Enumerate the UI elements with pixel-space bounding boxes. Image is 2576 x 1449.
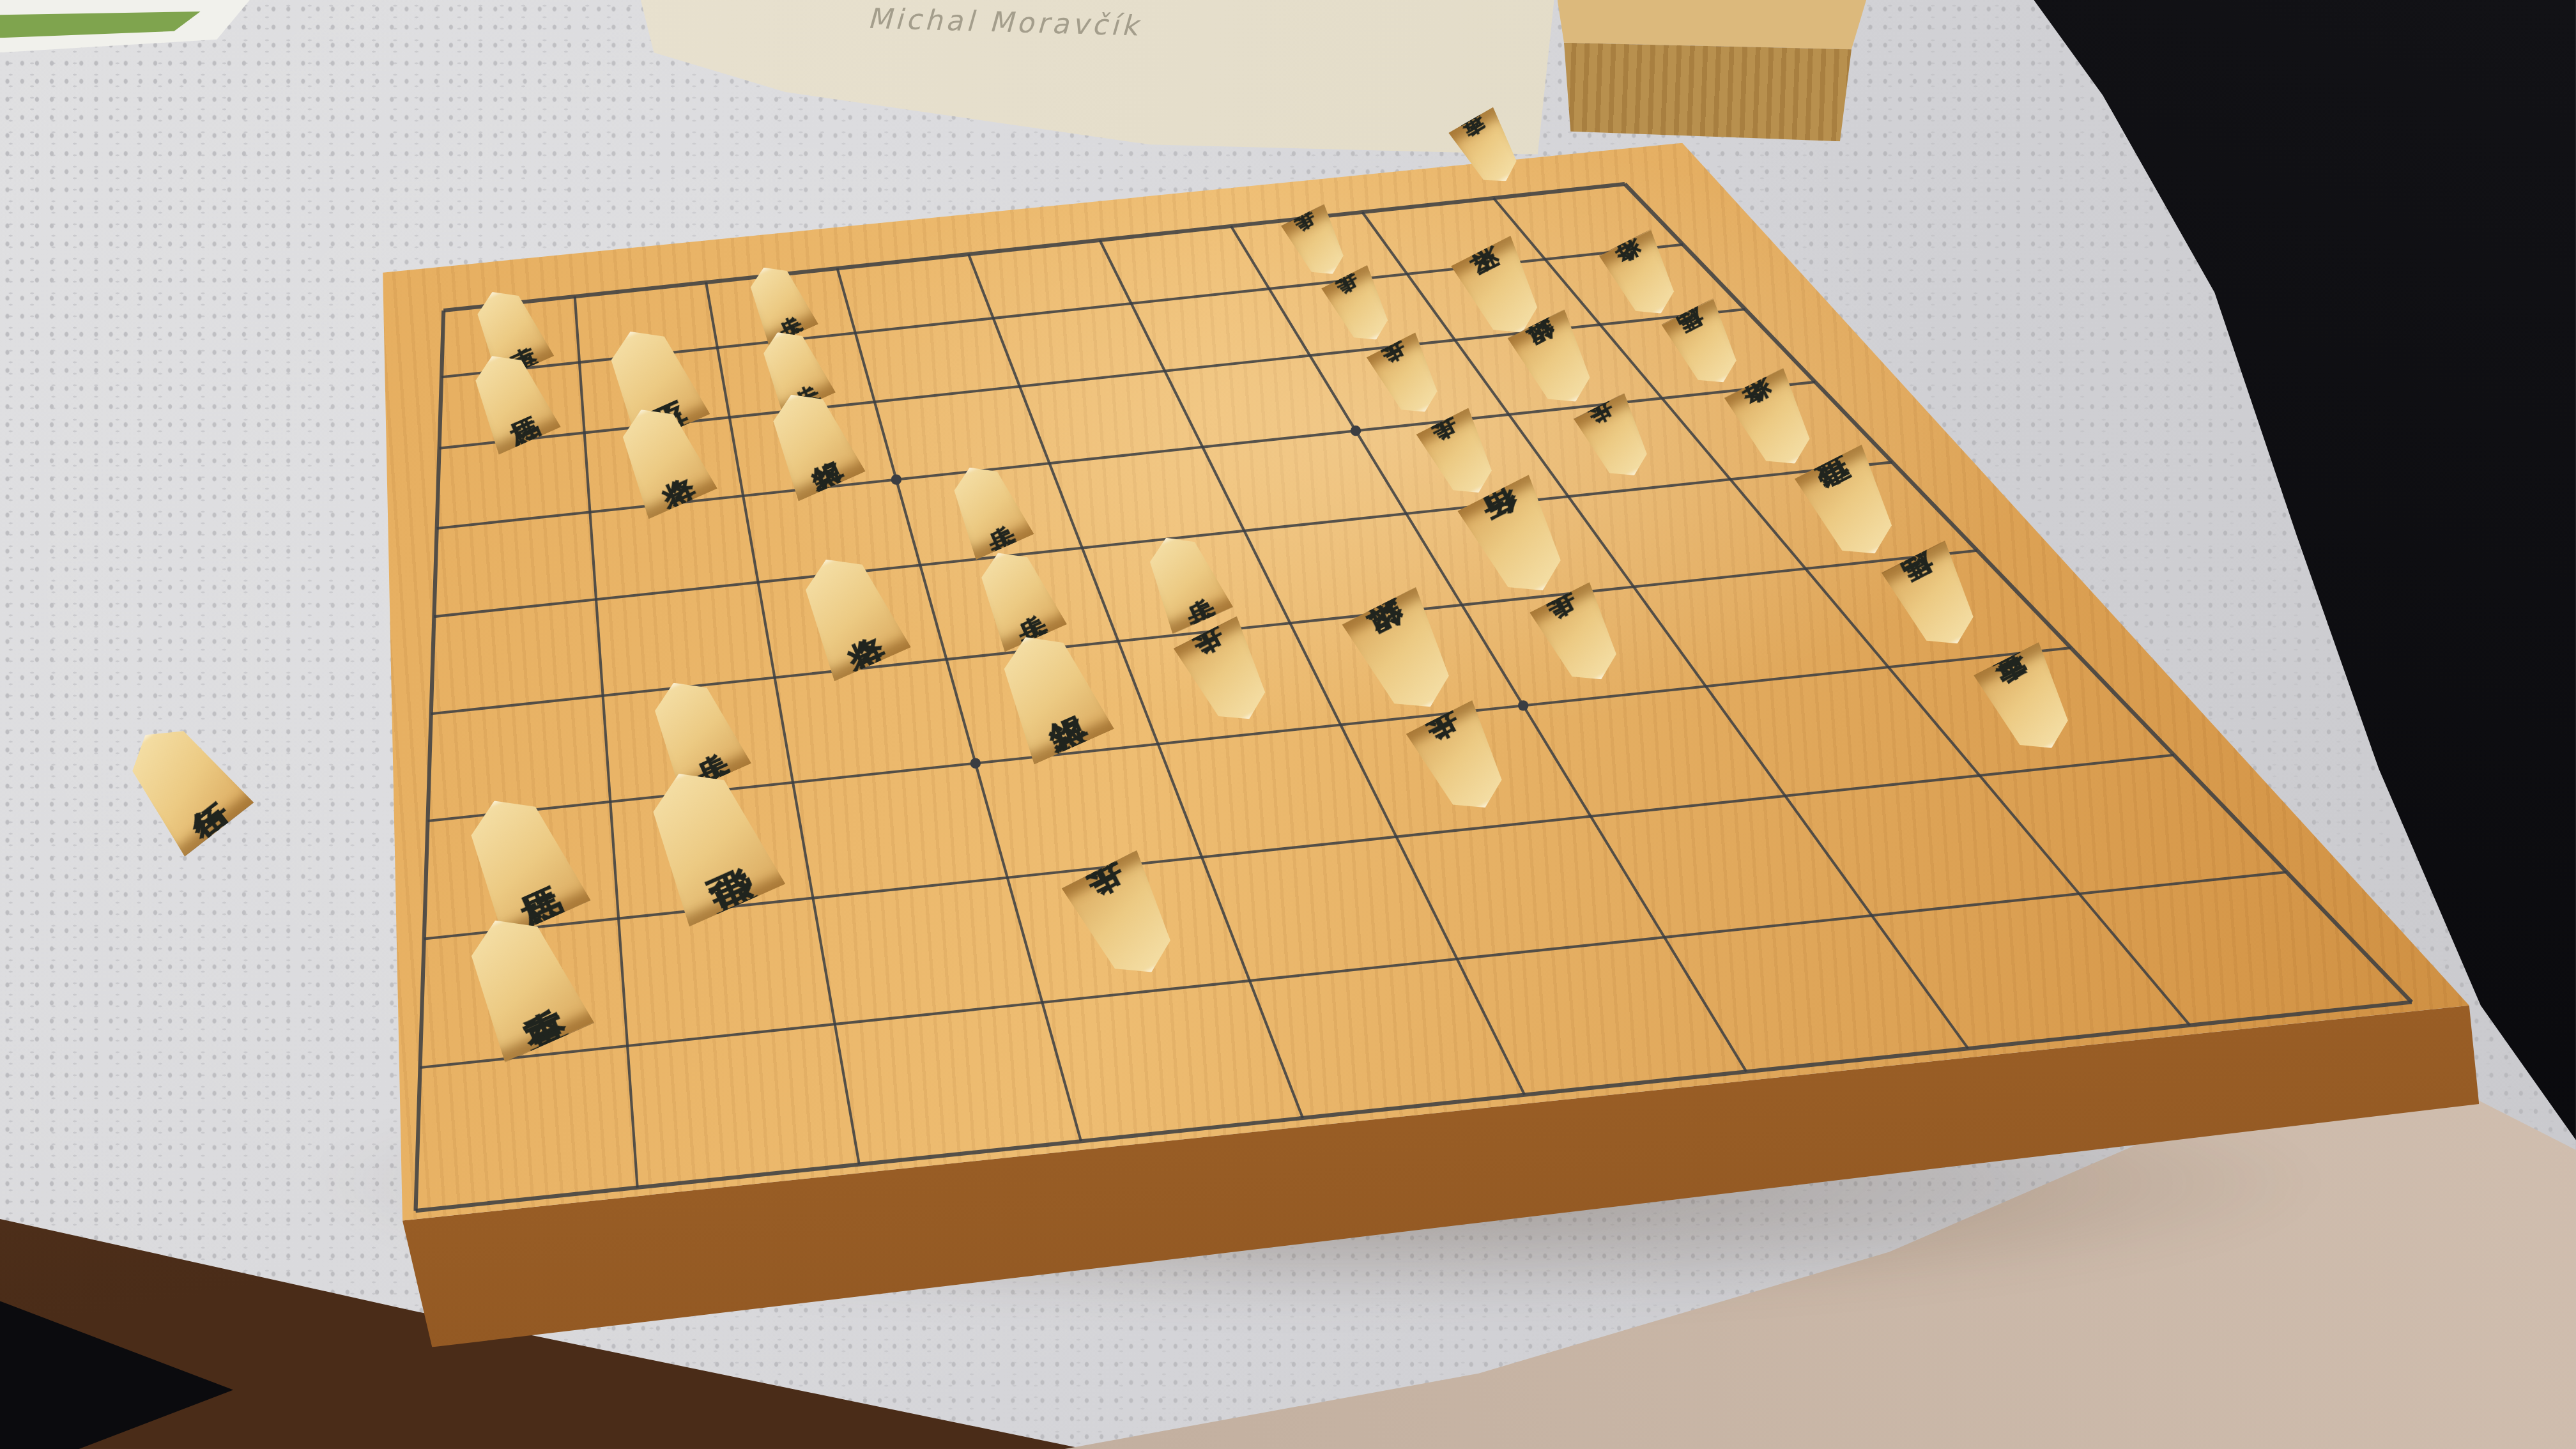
piece-gote-pawn[interactable]: 歩兵 [1058,848,1192,992]
piece-kanji: 歩兵 [1606,435,1628,447]
piece-kanji: 桂馬 [1694,341,1717,353]
piece-kanji: 金将 [647,450,677,463]
piece-kanji: 歩兵 [1448,755,1477,770]
piece-kanji: 歩兵 [1170,572,1197,584]
photo-stage: Michal Moravčík 香車歩兵桂馬王将歩兵金将銀将歩兵金将歩兵歩兵歩兵… [0,0,2576,1449]
offboard-piece-sente-bishop[interactable]: 角行 [108,705,257,859]
piece-kanji: 香車 [498,325,522,335]
piece-kanji: 歩兵 [1003,590,1030,602]
piece-gote-pawn[interactable]: 歩兵 [1319,265,1401,353]
piece-sente-pawn[interactable]: 歩兵 [938,453,1036,560]
piece-gote-rook[interactable]: 飛車 [1791,443,1911,572]
piece-kanji: 桂馬 [498,392,525,404]
piece-kanji: 歩兵 [680,724,710,737]
piece-sente-pawn[interactable]: 歩兵 [1132,523,1235,634]
piece-kanji: 歩兵 [1213,668,1241,682]
piece-gote-knight[interactable]: 桂馬 [1659,297,1752,397]
piece-kanji: 銀将 [1544,356,1569,369]
piece-kanji: 角行 [167,770,197,794]
piece-sente-gold[interactable]: 金将 [785,541,915,683]
piece-gote-knight[interactable]: 桂馬 [1879,540,1992,662]
piece-kanji: 飛車 [688,829,730,848]
piece-kanji: 桂馬 [502,851,539,868]
piece-gote-pawn[interactable]: 歩兵 [1528,581,1634,696]
piece-gote-pawn[interactable]: 歩兵 [1170,615,1284,736]
piece-kanji: 歩兵 [783,364,806,374]
piece-gote-pawn[interactable]: 歩兵 [1279,204,1356,287]
piece-kanji: 歩兵 [1351,304,1370,314]
piece-gote-bishop[interactable]: 角行 [1454,473,1581,610]
pieces-layer: 香車歩兵桂馬王将歩兵金将銀将歩兵金将歩兵歩兵歩兵銀将桂馬飛車香車歩兵歩兵玉将金将… [0,0,2576,1449]
piece-gote-pawn[interactable]: 歩兵 [1364,332,1451,426]
piece-gote-gold[interactable]: 金将 [1722,367,1828,480]
piece-kanji: 歩兵 [1448,452,1471,463]
piece-kanji: 歩兵 [1308,240,1326,250]
piece-kanji: 金将 [1632,272,1655,284]
piece-gote-pawn[interactable]: 歩兵 [1404,699,1522,826]
piece-gote-gold[interactable]: 金将 [1597,228,1690,328]
piece-kanji: 桂馬 [1922,594,1949,608]
piece-gote-silver[interactable]: 銀将 [1338,585,1469,726]
piece-kanji: 歩兵 [1109,912,1142,928]
piece-kanji: 銀将 [1388,647,1420,664]
piece-kanji: 歩兵 [1568,632,1594,645]
piece-kanji: 角行 [1502,534,1533,550]
piece-kanji: 歩兵 [1397,374,1418,385]
piece-kanji: 香車 [2014,696,2042,711]
piece-kanji: 銀将 [1032,685,1067,700]
offboard-piece-gote-lance[interactable]: 香車 [1446,106,1530,195]
piece-kanji: 香車 [1479,145,1498,156]
piece-kanji: 王将 [637,374,668,388]
piece-gote-pawn[interactable]: 歩兵 [1572,392,1662,489]
piece-kanji: 香車 [503,974,542,991]
scene: Michal Moravčík 香車歩兵桂馬王将歩兵金将銀将歩兵金将歩兵歩兵歩兵… [0,0,2576,1449]
piece-kanji: 歩兵 [974,502,999,513]
piece-gote-pawn[interactable]: 歩兵 [1413,408,1506,508]
piece-kanji: 玉将 [1489,286,1514,299]
piece-kanji: 銀将 [796,434,825,447]
piece-gote-lance[interactable]: 香車 [1970,641,2087,766]
piece-kanji: 金将 [1762,417,1788,429]
piece-kanji: 金将 [833,604,866,619]
piece-sente-knight[interactable]: 桂馬 [447,779,594,940]
piece-kanji: 歩兵 [769,297,790,307]
piece-kanji: 飛車 [1837,500,1866,514]
